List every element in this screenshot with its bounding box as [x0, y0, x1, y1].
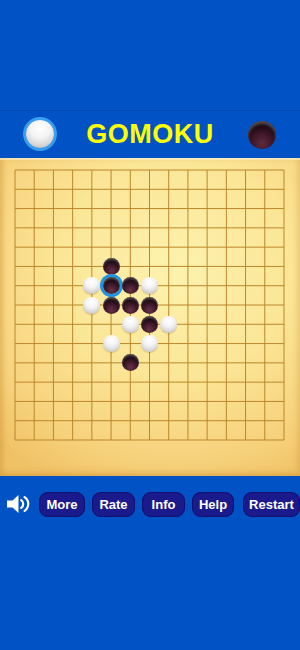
rate-button[interactable]: Rate: [92, 492, 135, 517]
app-screen: GOMOKU More Rate Info Help Restart: [0, 0, 300, 650]
stone-white: [160, 316, 177, 333]
stone-black: [122, 277, 139, 294]
stone-black: [141, 316, 158, 333]
more-button[interactable]: More: [39, 492, 85, 517]
stone-white: [83, 297, 100, 314]
gomoku-board[interactable]: [0, 158, 300, 476]
stone-white: [141, 335, 158, 352]
stone-black: [103, 258, 120, 275]
black-player-stone: [248, 121, 276, 149]
restart-button[interactable]: Restart: [243, 492, 300, 517]
header: GOMOKU: [0, 110, 300, 158]
stone-white: [122, 316, 139, 333]
stone-black: [141, 297, 158, 314]
info-button[interactable]: Info: [142, 492, 185, 517]
toolbar: More Rate Info Help Restart: [0, 488, 300, 520]
stone-black-last-move: [103, 277, 120, 294]
help-button[interactable]: Help: [192, 492, 234, 517]
stone-white: [103, 335, 120, 352]
stone-black: [122, 297, 139, 314]
stone-black: [103, 297, 120, 314]
speaker-icon[interactable]: [5, 492, 30, 516]
